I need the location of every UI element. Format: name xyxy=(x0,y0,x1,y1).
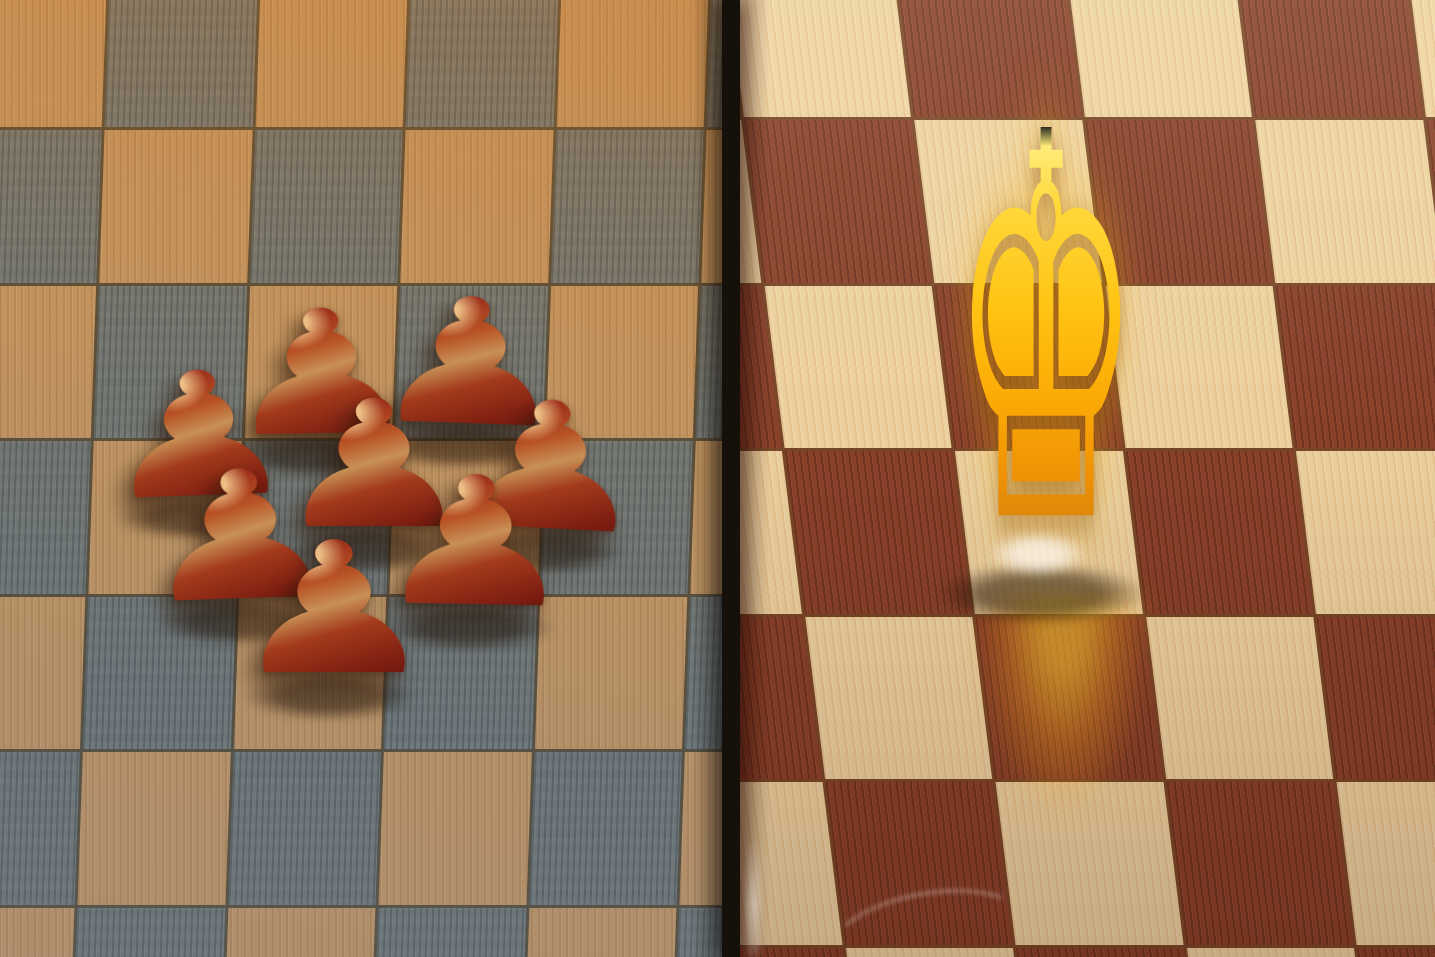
board-square xyxy=(845,948,1032,957)
board-square xyxy=(707,0,722,127)
photo-canvas: ♟♟♟♟♟♚♟♟♟ xyxy=(0,0,1435,957)
board-square xyxy=(1016,948,1203,957)
board-square xyxy=(105,0,258,127)
board-square xyxy=(0,752,80,904)
board-square xyxy=(805,617,992,779)
board-square xyxy=(0,908,75,957)
board-square xyxy=(0,130,102,282)
red-pawn-9[interactable]: ♟ xyxy=(228,518,440,700)
board-square xyxy=(1146,617,1333,779)
board-square xyxy=(696,286,722,438)
board-square xyxy=(1276,286,1435,448)
board-square xyxy=(701,130,722,282)
board-square xyxy=(0,286,97,438)
board-square xyxy=(825,782,1012,944)
amber-king[interactable]: ♚ xyxy=(951,67,1141,598)
board-square xyxy=(784,451,971,613)
board-square xyxy=(78,752,231,904)
board-square xyxy=(764,286,951,448)
board-square xyxy=(0,0,107,127)
board-square xyxy=(223,908,376,957)
board-square xyxy=(379,752,532,904)
board-square xyxy=(740,782,842,944)
board-square xyxy=(551,130,704,282)
board-square xyxy=(73,908,226,957)
board-square xyxy=(1166,782,1353,944)
board-square xyxy=(1357,948,1435,957)
board-square xyxy=(996,782,1183,944)
board-square xyxy=(1296,451,1435,613)
board-square xyxy=(0,441,91,593)
board-square xyxy=(556,0,709,127)
board-square xyxy=(975,617,1162,779)
board-square xyxy=(228,752,381,904)
board-square xyxy=(740,0,911,117)
board-square xyxy=(1235,0,1422,117)
board-square xyxy=(680,752,722,904)
board-square xyxy=(373,908,526,957)
board-square xyxy=(524,908,677,957)
board-square xyxy=(1255,120,1435,282)
board-square xyxy=(0,597,86,749)
board-square xyxy=(1316,617,1435,779)
board-square xyxy=(674,908,722,957)
board-square xyxy=(1125,451,1312,613)
board-square xyxy=(740,948,862,957)
board-square xyxy=(100,130,253,282)
board-square xyxy=(529,752,682,904)
board-square xyxy=(744,120,931,282)
board-divider xyxy=(722,0,740,957)
board-square xyxy=(691,441,722,593)
board-square xyxy=(1186,948,1373,957)
board-square xyxy=(685,597,722,749)
board-square xyxy=(406,0,559,127)
board-square xyxy=(256,0,409,127)
board-square xyxy=(1337,782,1435,944)
